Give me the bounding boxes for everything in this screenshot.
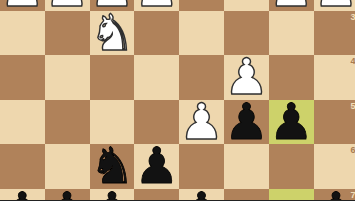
- piece-black-pawn-e6[interactable]: ♟: [134, 144, 179, 188]
- square-e7[interactable]: [134, 189, 179, 201]
- square-f7[interactable]: ♟: [90, 189, 135, 201]
- rank-label-5: 5: [351, 101, 355, 111]
- square-d5[interactable]: ♟: [179, 100, 224, 144]
- square-c6[interactable]: [224, 144, 269, 188]
- piece-white-pawn-a2[interactable]: ♟: [314, 0, 355, 11]
- square-g3[interactable]: [45, 11, 90, 55]
- square-b4[interactable]: [269, 55, 314, 99]
- square-b2[interactable]: ♟: [269, 0, 314, 11]
- square-e4[interactable]: [134, 55, 179, 99]
- piece-black-pawn-b5[interactable]: ♟: [269, 100, 314, 144]
- piece-black-pawn-h7[interactable]: ♟: [0, 189, 45, 201]
- square-a5[interactable]: 5: [314, 100, 355, 144]
- square-a6[interactable]: 6: [314, 144, 355, 188]
- piece-white-knight-f3[interactable]: ♞: [90, 11, 135, 55]
- square-a7[interactable]: 7♟: [314, 189, 355, 201]
- rank-label-6: 6: [351, 145, 355, 155]
- square-f5[interactable]: [90, 100, 135, 144]
- square-a2[interactable]: 2♟: [314, 0, 355, 11]
- square-b5[interactable]: ♟: [269, 100, 314, 144]
- rank-label-3: 3: [351, 12, 355, 22]
- square-d3[interactable]: [179, 11, 224, 55]
- square-f4[interactable]: [90, 55, 135, 99]
- square-h3[interactable]: [0, 11, 45, 55]
- square-b6[interactable]: [269, 144, 314, 188]
- square-b7[interactable]: [269, 189, 314, 201]
- square-d6[interactable]: [179, 144, 224, 188]
- piece-white-pawn-f2[interactable]: ♟: [90, 0, 135, 11]
- square-e3[interactable]: [134, 11, 179, 55]
- piece-white-pawn-g2[interactable]: ♟: [45, 0, 90, 11]
- square-g4[interactable]: [45, 55, 90, 99]
- piece-black-knight-f6[interactable]: ♞: [90, 144, 135, 188]
- square-e6[interactable]: ♟: [134, 144, 179, 188]
- piece-white-pawn-d5[interactable]: ♟: [179, 100, 224, 144]
- rank-label-7: 7: [351, 190, 355, 200]
- square-c3[interactable]: [224, 11, 269, 55]
- square-f3[interactable]: ♞: [90, 11, 135, 55]
- square-h4[interactable]: [0, 55, 45, 99]
- square-c5[interactable]: ♟: [224, 100, 269, 144]
- square-d4[interactable]: [179, 55, 224, 99]
- piece-white-pawn-b2[interactable]: ♟: [269, 0, 314, 11]
- square-h6[interactable]: [0, 144, 45, 188]
- piece-white-pawn-e2[interactable]: ♟: [134, 0, 179, 11]
- piece-black-pawn-f7[interactable]: ♟: [90, 189, 135, 201]
- square-h2[interactable]: ♟: [0, 0, 45, 11]
- piece-black-pawn-c5[interactable]: ♟: [224, 100, 269, 144]
- chess-board: ♜♝♚♛♝♞1♜♟♟♟♟♟2♟♞3♟4♟♟♟5♞♟6♟♟♟♟7♟♜♝♚♛♝♞8♜: [0, 0, 355, 200]
- piece-black-pawn-a7[interactable]: ♟: [314, 189, 355, 201]
- square-c2[interactable]: [224, 0, 269, 11]
- square-e2[interactable]: ♟: [134, 0, 179, 11]
- piece-black-pawn-g7[interactable]: ♟: [45, 189, 90, 201]
- square-h5[interactable]: [0, 100, 45, 144]
- chess-board-viewport: ♜♝♚♛♝♞1♜♟♟♟♟♟2♟♞3♟4♟♟♟5♞♟6♟♟♟♟7♟♜♝♚♛♝♞8♜: [0, 0, 355, 200]
- square-a4[interactable]: 4: [314, 55, 355, 99]
- square-h7[interactable]: ♟: [0, 189, 45, 201]
- square-g6[interactable]: [45, 144, 90, 188]
- square-d7[interactable]: ♟: [179, 189, 224, 201]
- piece-white-pawn-h2[interactable]: ♟: [0, 0, 45, 11]
- square-g7[interactable]: ♟: [45, 189, 90, 201]
- square-c7[interactable]: [224, 189, 269, 201]
- square-a3[interactable]: 3: [314, 11, 355, 55]
- square-d2[interactable]: [179, 0, 224, 11]
- rank-label-4: 4: [351, 56, 355, 66]
- piece-white-pawn-c4[interactable]: ♟: [224, 55, 269, 99]
- square-f6[interactable]: ♞: [90, 144, 135, 188]
- square-g5[interactable]: [45, 100, 90, 144]
- square-g2[interactable]: ♟: [45, 0, 90, 11]
- square-e5[interactable]: [134, 100, 179, 144]
- square-b3[interactable]: [269, 11, 314, 55]
- square-f2[interactable]: ♟: [90, 0, 135, 11]
- piece-black-pawn-d7[interactable]: ♟: [179, 189, 224, 201]
- square-c4[interactable]: ♟: [224, 55, 269, 99]
